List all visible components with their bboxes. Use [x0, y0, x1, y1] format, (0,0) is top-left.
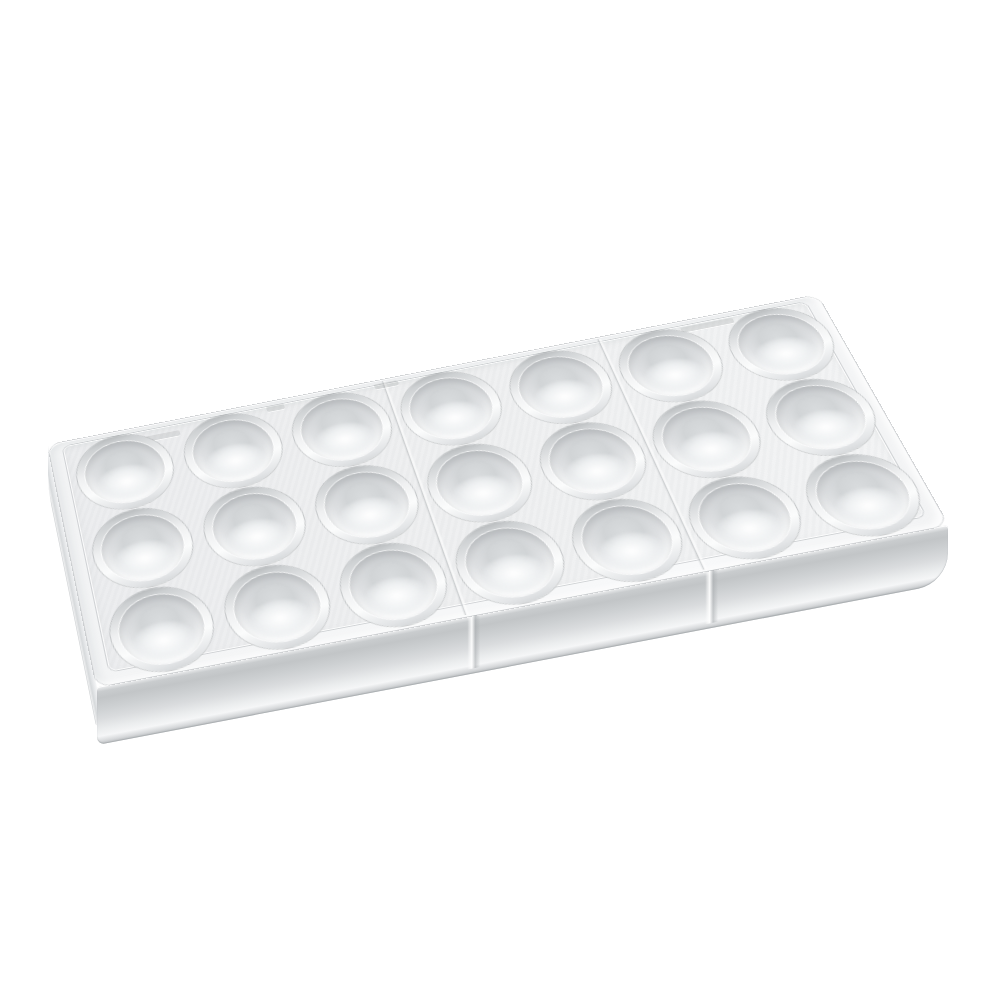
- photo-background: [0, 0, 1000, 1000]
- base-seam-notch: [467, 614, 480, 669]
- base-seam-notch: [705, 569, 718, 624]
- chocolate-mold-tray: [0, 0, 1000, 1000]
